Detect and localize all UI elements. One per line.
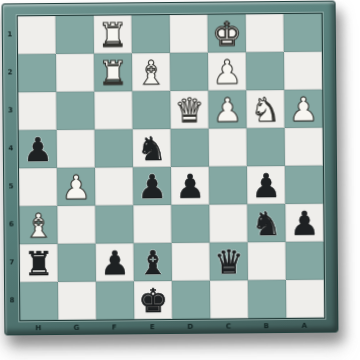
square-h8[interactable]	[20, 282, 58, 320]
piece-black-queen-c7[interactable]: ♛	[214, 245, 244, 278]
square-b2[interactable]	[246, 52, 284, 90]
piece-black-pawn-e5[interactable]: ♟	[137, 170, 167, 203]
square-f1[interactable]: ♜	[94, 15, 132, 53]
file-label-h: H	[19, 321, 57, 334]
square-h1[interactable]	[18, 16, 56, 54]
square-f3[interactable]	[94, 91, 132, 129]
piece-white-pawn-g5[interactable]: ♟	[61, 170, 91, 203]
square-f2[interactable]: ♜	[94, 53, 132, 91]
square-d3[interactable]: ♛	[170, 91, 208, 129]
rank-label-6: 6	[4, 205, 18, 243]
square-c2[interactable]: ♟	[208, 52, 246, 90]
rank-label-2: 2	[3, 53, 17, 91]
square-e3[interactable]	[132, 91, 170, 129]
square-a6[interactable]: ♟	[285, 204, 323, 242]
square-d2[interactable]	[170, 53, 208, 91]
piece-black-pawn-b5[interactable]: ♟	[251, 169, 281, 202]
square-d5[interactable]: ♟	[171, 167, 209, 205]
square-c1[interactable]: ♚	[208, 14, 246, 52]
square-g7[interactable]	[58, 244, 96, 282]
rank-label-4: 4	[4, 129, 18, 167]
rank-label-7: 7	[5, 243, 19, 281]
square-g8[interactable]	[58, 282, 96, 320]
piece-white-bishop-e2[interactable]: ♝	[136, 56, 166, 89]
square-g1[interactable]	[56, 16, 94, 54]
square-d6[interactable]	[171, 205, 209, 243]
square-f7[interactable]: ♟	[96, 243, 134, 281]
square-b5[interactable]: ♟	[247, 166, 285, 204]
rank-label-8: 8	[5, 281, 19, 319]
file-labels: HGFEDCBA	[19, 319, 323, 335]
file-label-a: A	[285, 319, 323, 332]
piece-black-king-e8[interactable]: ♚	[138, 284, 168, 317]
square-e7[interactable]: ♝	[134, 243, 172, 281]
square-b4[interactable]	[247, 128, 285, 166]
piece-black-pawn-a6[interactable]: ♟	[290, 206, 320, 239]
square-a7[interactable]	[286, 242, 324, 280]
square-h6[interactable]: ♝	[19, 206, 57, 244]
square-c3[interactable]: ♟	[208, 90, 246, 128]
square-d1[interactable]	[170, 15, 208, 53]
rank-label-1: 1	[3, 15, 17, 53]
square-h2[interactable]	[18, 54, 56, 92]
square-a2[interactable]	[284, 52, 322, 90]
square-h4[interactable]: ♟	[19, 130, 57, 168]
piece-white-bishop-h6[interactable]: ♝	[24, 209, 54, 242]
piece-white-queen-d3[interactable]: ♛	[175, 93, 205, 126]
board-photo: 12345678 HGFEDCBA ♜♚♜♝♟♛♟♞♟♟♞♟♟♟♟♝♞♟♜♟♝♛…	[2, 1, 339, 336]
piece-white-rook-f2[interactable]: ♜	[98, 56, 128, 89]
square-a5[interactable]	[285, 166, 323, 204]
square-g4[interactable]	[57, 130, 95, 168]
square-a4[interactable]	[285, 128, 323, 166]
square-f8[interactable]	[96, 281, 134, 319]
square-c7[interactable]: ♛	[210, 242, 248, 280]
square-b1[interactable]	[246, 14, 284, 52]
square-c6[interactable]	[209, 204, 247, 242]
rank-label-5: 5	[4, 167, 18, 205]
square-e5[interactable]: ♟	[133, 167, 171, 205]
square-c8[interactable]	[210, 280, 248, 318]
square-g5[interactable]: ♟	[57, 168, 95, 206]
square-f5[interactable]	[95, 167, 133, 205]
file-label-d: D	[171, 320, 209, 333]
square-a1[interactable]	[284, 14, 322, 52]
piece-black-bishop-e7[interactable]: ♝	[138, 246, 168, 279]
piece-black-pawn-d5[interactable]: ♟	[175, 169, 205, 202]
square-c5[interactable]	[209, 166, 247, 204]
piece-black-knight-e4[interactable]: ♞	[137, 132, 167, 165]
square-e8[interactable]: ♚	[134, 281, 172, 319]
square-e1[interactable]	[132, 15, 170, 53]
piece-black-rook-h7[interactable]: ♜	[24, 247, 54, 280]
piece-black-knight-b6[interactable]: ♞	[252, 207, 282, 240]
square-d4[interactable]	[171, 129, 209, 167]
file-label-g: G	[57, 321, 95, 334]
square-h7[interactable]: ♜	[20, 244, 58, 282]
piece-white-pawn-c2[interactable]: ♟	[212, 55, 242, 88]
piece-white-pawn-c3[interactable]: ♟	[213, 93, 243, 126]
square-c4[interactable]	[209, 128, 247, 166]
square-h5[interactable]	[19, 168, 57, 206]
square-e4[interactable]: ♞	[133, 129, 171, 167]
piece-white-king-c1[interactable]: ♚	[212, 17, 242, 50]
file-label-f: F	[95, 320, 133, 333]
chess-board[interactable]: ♜♚♜♝♟♛♟♞♟♟♞♟♟♟♟♝♞♟♜♟♝♛♚	[17, 13, 326, 322]
square-e6[interactable]	[133, 205, 171, 243]
square-f6[interactable]	[95, 205, 133, 243]
piece-black-pawn-h4[interactable]: ♟	[23, 133, 53, 166]
piece-white-pawn-a3[interactable]: ♟	[289, 92, 319, 125]
square-b3[interactable]: ♞	[246, 90, 284, 128]
square-b7[interactable]	[248, 242, 286, 280]
square-a8[interactable]	[286, 280, 324, 318]
square-g6[interactable]	[57, 206, 95, 244]
square-g2[interactable]	[56, 54, 94, 92]
file-label-b: B	[247, 319, 285, 332]
piece-white-rook-f1[interactable]: ♜	[98, 18, 128, 51]
square-d8[interactable]	[172, 281, 210, 319]
square-b8[interactable]	[248, 280, 286, 318]
file-label-e: E	[133, 320, 171, 333]
square-b6[interactable]: ♞	[247, 204, 285, 242]
square-g3[interactable]	[56, 92, 94, 130]
square-e2[interactable]: ♝	[132, 53, 170, 91]
square-f4[interactable]	[95, 129, 133, 167]
square-a3[interactable]: ♟	[284, 90, 322, 128]
square-d7[interactable]	[172, 243, 210, 281]
piece-black-pawn-f7[interactable]: ♟	[100, 246, 130, 279]
piece-white-knight-b3[interactable]: ♞	[251, 93, 281, 126]
file-label-c: C	[209, 319, 247, 332]
square-h3[interactable]	[18, 92, 56, 130]
rank-label-3: 3	[3, 91, 17, 129]
